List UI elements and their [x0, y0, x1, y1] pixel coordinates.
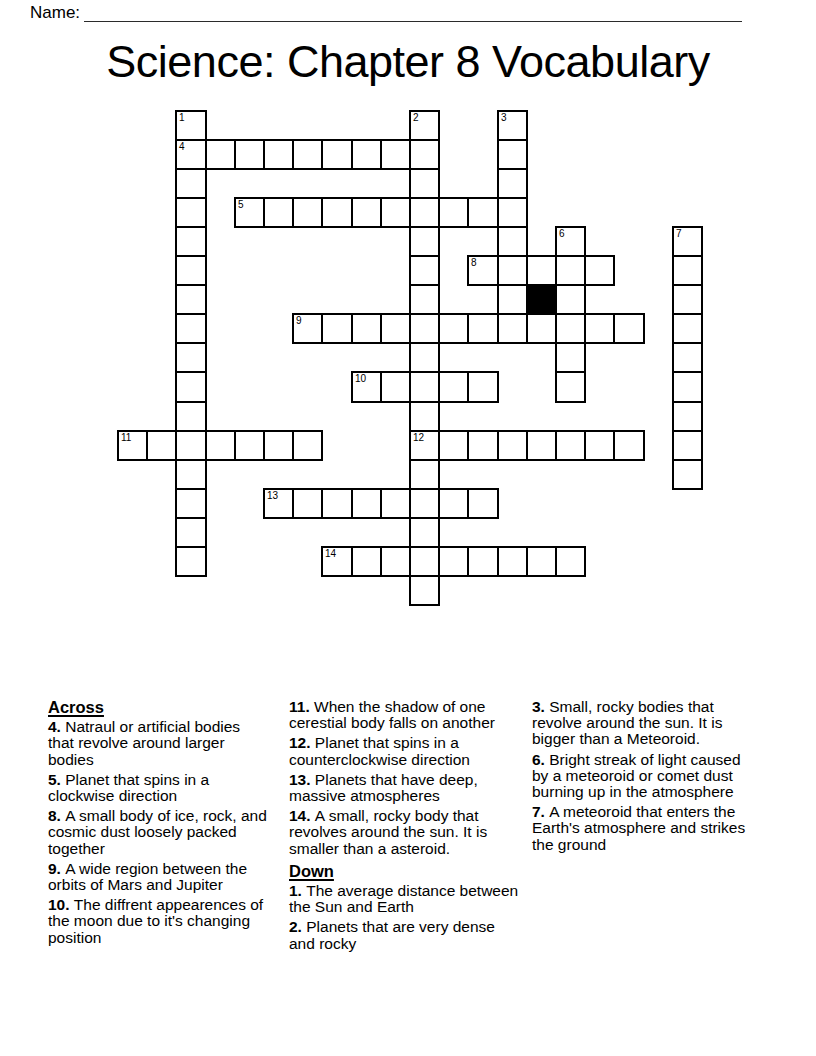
grid-cell[interactable] — [555, 284, 586, 315]
grid-cell[interactable] — [526, 255, 557, 286]
grid-cell[interactable] — [438, 313, 469, 344]
grid-cell[interactable] — [175, 197, 207, 228]
grid-cell[interactable] — [409, 342, 440, 373]
clue-number: 11 — [121, 432, 131, 443]
grid-cell[interactable] — [234, 139, 265, 170]
grid-cell[interactable] — [467, 197, 499, 228]
across-header: Across — [48, 699, 270, 715]
grid-cell[interactable] — [175, 371, 207, 403]
grid-cell[interactable] — [351, 546, 382, 577]
clue-number: 5 — [238, 199, 244, 210]
grid-cell[interactable] — [438, 488, 469, 519]
grid-cell[interactable] — [175, 517, 207, 548]
grid-cell[interactable] — [146, 430, 177, 461]
grid-cell[interactable] — [409, 546, 440, 577]
grid-cell[interactable] — [497, 168, 528, 199]
grid-cell[interactable] — [351, 313, 382, 344]
grid-cell[interactable] — [409, 139, 440, 170]
grid-cell[interactable] — [409, 284, 440, 315]
grid-cell[interactable] — [321, 313, 353, 344]
clue-number: 2 — [413, 112, 419, 123]
clue-6: 6. Bright streak of light caused by a me… — [532, 752, 760, 801]
grid-cell[interactable] — [321, 139, 353, 170]
grid-cell[interactable] — [175, 313, 207, 344]
grid-cell[interactable] — [175, 430, 207, 461]
grid-cell[interactable] — [175, 401, 207, 432]
clue-2: 2. Planets that are very dense and rocky — [289, 919, 523, 951]
clue-number: 7 — [676, 228, 682, 239]
grid-cell[interactable] — [380, 313, 411, 344]
clue-column-2: 11. When the shadow of one cerestial bod… — [289, 699, 523, 956]
grid-cell[interactable] — [409, 517, 440, 548]
grid-cell[interactable]: 7 — [672, 226, 703, 257]
grid-cell[interactable] — [292, 139, 323, 170]
grid-cell[interactable] — [613, 313, 645, 344]
grid-cell[interactable] — [584, 313, 615, 344]
grid-cell[interactable] — [555, 546, 586, 577]
grid-cell[interactable] — [175, 546, 207, 577]
grid-cell[interactable] — [584, 430, 615, 461]
grid-cell[interactable] — [175, 488, 207, 519]
grid-cell[interactable] — [497, 197, 528, 228]
grid-cell[interactable] — [555, 255, 586, 286]
clue-number: 13 — [267, 490, 278, 501]
clue-column-1: Across4. Natraul or artificial bodies th… — [48, 699, 270, 950]
clue-number: 6 — [559, 228, 565, 239]
crossword-grid: 1234567891011121314 — [117, 110, 707, 610]
down-header: Down — [289, 863, 523, 879]
grid-cell[interactable] — [409, 488, 440, 519]
grid-cell[interactable] — [263, 430, 294, 461]
grid-cell[interactable] — [672, 430, 703, 461]
grid-cell[interactable] — [497, 139, 528, 170]
grid-cell[interactable] — [175, 459, 207, 490]
clue-9: 9. A wide region between the orbits of M… — [48, 861, 270, 893]
clue-number: 14 — [325, 548, 336, 559]
clue-13: 13. Planets that have deep, massive atmo… — [289, 772, 523, 804]
grid-cell[interactable] — [175, 284, 207, 315]
grid-cell[interactable] — [555, 313, 586, 344]
grid-cell[interactable] — [292, 430, 323, 461]
grid-cell[interactable] — [672, 371, 703, 403]
clue-number: 3 — [501, 112, 507, 123]
clue-4: 4. Natraul or artificial bodies that rev… — [48, 719, 270, 768]
clue-number: 10 — [355, 373, 366, 384]
clue-11: 11. When the shadow of one cerestial bod… — [289, 699, 523, 731]
grid-cell[interactable] — [380, 546, 411, 577]
grid-cell[interactable] — [555, 430, 586, 461]
grid-cell[interactable] — [613, 430, 645, 461]
grid-cell[interactable] — [467, 371, 499, 403]
clue-8: 8. A small body of ice, rock, and cosmic… — [48, 808, 270, 857]
grid-cell[interactable] — [409, 197, 440, 228]
grid-cell[interactable] — [438, 430, 469, 461]
grid-cell[interactable] — [672, 255, 703, 286]
grid-cell[interactable] — [205, 430, 236, 461]
grid-cell[interactable] — [526, 430, 557, 461]
grid-cell[interactable] — [438, 371, 469, 403]
clue-number: 12 — [413, 432, 424, 443]
grid-cell[interactable] — [175, 226, 207, 257]
grid-cell[interactable] — [351, 488, 382, 519]
grid-cell[interactable] — [672, 313, 703, 344]
clue-1: 1. The average distance between the Sun … — [289, 883, 523, 915]
grid-cell[interactable]: 13 — [263, 488, 294, 519]
grid-cell[interactable] — [497, 255, 528, 286]
grid-cell[interactable] — [467, 488, 499, 519]
name-blank-line — [84, 3, 742, 22]
grid-cell[interactable] — [292, 488, 323, 519]
clue-10: 10. The diffrent appearences of the moon… — [48, 897, 270, 946]
grid-cell[interactable] — [263, 197, 294, 228]
grid-cell[interactable]: 9 — [292, 313, 323, 344]
grid-cell[interactable] — [497, 430, 528, 461]
grid-cell[interactable] — [497, 313, 528, 344]
grid-cell[interactable] — [380, 197, 411, 228]
grid-cell[interactable]: 12 — [409, 430, 440, 461]
grid-cell[interactable] — [409, 168, 440, 199]
grid-cell[interactable]: 3 — [497, 110, 528, 141]
grid-cell[interactable] — [321, 197, 353, 228]
grid-cell[interactable] — [321, 488, 353, 519]
grid-cell[interactable] — [497, 546, 528, 577]
grid-cell[interactable] — [409, 313, 440, 344]
clue-number: 4 — [179, 141, 185, 152]
grid-cell[interactable] — [467, 546, 499, 577]
grid-cell[interactable]: 6 — [555, 226, 586, 257]
grid-cell[interactable] — [409, 459, 440, 490]
grid-cell[interactable] — [175, 342, 207, 373]
grid-cell[interactable]: 8 — [467, 255, 499, 286]
grid-cell[interactable] — [409, 226, 440, 257]
name-row: Name: — [30, 3, 742, 22]
grid-cell[interactable] — [175, 255, 207, 286]
grid-cell[interactable] — [438, 197, 469, 228]
page-title: Science: Chapter 8 Vocabulary — [0, 36, 816, 88]
clue-number: 8 — [471, 257, 477, 268]
grid-cell[interactable] — [526, 546, 557, 577]
grid-cell[interactable] — [672, 459, 703, 490]
grid-cell[interactable] — [409, 575, 440, 606]
grid-cell[interactable] — [380, 371, 411, 403]
grid-cell[interactable] — [409, 255, 440, 286]
worksheet-page: Name: Science: Chapter 8 Vocabulary 1234… — [0, 0, 816, 1056]
grid-cell[interactable] — [292, 197, 323, 228]
clue-3: 3. Small, rocky bodies that revolve arou… — [532, 699, 760, 748]
clue-5: 5. Planet that spins in a clockwise dire… — [48, 772, 270, 804]
grid-cell[interactable]: 5 — [234, 197, 265, 228]
clue-column-3: 3. Small, rocky bodies that revolve arou… — [532, 699, 760, 857]
grid-cell[interactable] — [438, 546, 469, 577]
grid-cell[interactable] — [497, 226, 528, 257]
grid-cell[interactable] — [234, 430, 265, 461]
clue-number: 9 — [296, 315, 302, 326]
grid-cell[interactable] — [351, 197, 382, 228]
clue-12: 12. Planet that spins in a counterclockw… — [289, 735, 523, 767]
grid-cell[interactable] — [584, 255, 615, 286]
name-label: Name: — [30, 3, 80, 22]
grid-cell[interactable] — [409, 371, 440, 403]
grid-cell[interactable]: 10 — [351, 371, 382, 403]
grid-cell[interactable] — [555, 371, 586, 403]
grid-cell[interactable] — [672, 284, 703, 315]
grid-cell[interactable] — [263, 139, 294, 170]
grid-cell[interactable]: 1 — [175, 110, 207, 141]
grid-cell[interactable]: 11 — [117, 430, 148, 461]
grid-cell[interactable] — [380, 139, 411, 170]
grid-cell[interactable] — [175, 168, 207, 199]
grid-cell[interactable] — [409, 401, 440, 432]
grid-cell[interactable] — [672, 342, 703, 373]
grid-cell[interactable] — [205, 139, 236, 170]
clue-7: 7. A meteoroid that enters the Earth's a… — [532, 804, 760, 853]
grid-cell[interactable] — [467, 313, 499, 344]
grid-cell[interactable] — [467, 430, 499, 461]
clue-14: 14. A small, rocky body that revolves ar… — [289, 808, 523, 857]
grid-cell[interactable] — [555, 342, 586, 373]
grid-cell[interactable] — [672, 401, 703, 432]
grid-cell[interactable] — [380, 488, 411, 519]
grid-cell[interactable]: 4 — [175, 139, 207, 170]
grid-cell[interactable] — [497, 284, 528, 315]
grid-cell[interactable] — [351, 139, 382, 170]
grid-cell[interactable]: 2 — [409, 110, 440, 141]
grid-cell[interactable]: 14 — [321, 546, 353, 577]
clue-number: 1 — [179, 112, 185, 123]
blocked-cell — [526, 284, 557, 315]
grid-cell[interactable] — [526, 313, 557, 344]
